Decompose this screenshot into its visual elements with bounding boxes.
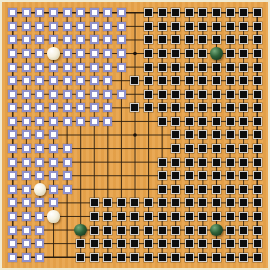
intersection-R16[interactable] bbox=[223, 47, 237, 61]
intersection-M2[interactable] bbox=[155, 237, 169, 251]
intersection-T13[interactable] bbox=[250, 87, 264, 101]
intersection-H11[interactable] bbox=[101, 115, 115, 129]
intersection-H9[interactable] bbox=[101, 142, 115, 156]
intersection-M8[interactable] bbox=[155, 155, 169, 169]
intersection-S14[interactable] bbox=[237, 74, 251, 88]
intersection-D12[interactable] bbox=[47, 101, 61, 115]
intersection-N16[interactable] bbox=[169, 47, 183, 61]
intersection-R13[interactable] bbox=[223, 87, 237, 101]
intersection-H5[interactable] bbox=[101, 196, 115, 210]
intersection-C15[interactable] bbox=[33, 60, 47, 74]
intersection-H1[interactable] bbox=[101, 250, 115, 264]
intersection-T7[interactable] bbox=[250, 169, 264, 183]
intersection-R11[interactable] bbox=[223, 115, 237, 129]
intersection-H2[interactable] bbox=[101, 237, 115, 251]
intersection-D8[interactable] bbox=[47, 155, 61, 169]
intersection-S17[interactable] bbox=[237, 33, 251, 47]
intersection-O17[interactable] bbox=[183, 33, 197, 47]
intersection-K1[interactable] bbox=[128, 250, 142, 264]
intersection-H15[interactable] bbox=[101, 60, 115, 74]
intersection-M5[interactable] bbox=[155, 196, 169, 210]
intersection-K12[interactable] bbox=[128, 101, 142, 115]
intersection-K5[interactable] bbox=[128, 196, 142, 210]
intersection-N8[interactable] bbox=[169, 155, 183, 169]
intersection-J12[interactable] bbox=[115, 101, 129, 115]
intersection-L4[interactable] bbox=[142, 210, 156, 224]
intersection-E19[interactable] bbox=[60, 6, 74, 20]
intersection-O4[interactable] bbox=[183, 210, 197, 224]
intersection-L13[interactable] bbox=[142, 87, 156, 101]
intersection-D17[interactable] bbox=[47, 33, 61, 47]
intersection-E17[interactable] bbox=[60, 33, 74, 47]
intersection-L7[interactable] bbox=[142, 169, 156, 183]
intersection-R14[interactable] bbox=[223, 74, 237, 88]
intersection-A13[interactable] bbox=[6, 87, 20, 101]
intersection-A14[interactable] bbox=[6, 74, 20, 88]
intersection-N6[interactable] bbox=[169, 183, 183, 197]
intersection-G10[interactable] bbox=[87, 128, 101, 142]
intersection-F12[interactable] bbox=[74, 101, 88, 115]
intersection-E5[interactable] bbox=[60, 196, 74, 210]
intersection-E10[interactable] bbox=[60, 128, 74, 142]
intersection-B5[interactable] bbox=[20, 196, 34, 210]
intersection-K16[interactable] bbox=[128, 47, 142, 61]
intersection-D7[interactable] bbox=[47, 169, 61, 183]
intersection-G9[interactable] bbox=[87, 142, 101, 156]
intersection-O5[interactable] bbox=[183, 196, 197, 210]
intersection-F13[interactable] bbox=[74, 87, 88, 101]
intersection-S16[interactable] bbox=[237, 47, 251, 61]
intersection-T14[interactable] bbox=[250, 74, 264, 88]
intersection-C2[interactable] bbox=[33, 237, 47, 251]
intersection-P14[interactable] bbox=[196, 74, 210, 88]
intersection-B6[interactable] bbox=[20, 183, 34, 197]
intersection-J6[interactable] bbox=[115, 183, 129, 197]
intersection-D4[interactable] bbox=[47, 210, 61, 224]
intersection-P6[interactable] bbox=[196, 183, 210, 197]
intersection-P12[interactable] bbox=[196, 101, 210, 115]
intersection-A4[interactable] bbox=[6, 210, 20, 224]
intersection-M12[interactable] bbox=[155, 101, 169, 115]
intersection-L9[interactable] bbox=[142, 142, 156, 156]
intersection-Q8[interactable] bbox=[210, 155, 224, 169]
intersection-B14[interactable] bbox=[20, 74, 34, 88]
intersection-P16[interactable] bbox=[196, 47, 210, 61]
intersection-C13[interactable] bbox=[33, 87, 47, 101]
intersection-O16[interactable] bbox=[183, 47, 197, 61]
intersection-R7[interactable] bbox=[223, 169, 237, 183]
intersection-F4[interactable] bbox=[74, 210, 88, 224]
intersection-P9[interactable] bbox=[196, 142, 210, 156]
intersection-J10[interactable] bbox=[115, 128, 129, 142]
intersection-R18[interactable] bbox=[223, 20, 237, 34]
intersection-J9[interactable] bbox=[115, 142, 129, 156]
intersection-M15[interactable] bbox=[155, 60, 169, 74]
intersection-N12[interactable] bbox=[169, 101, 183, 115]
intersection-R19[interactable] bbox=[223, 6, 237, 20]
intersection-R5[interactable] bbox=[223, 196, 237, 210]
intersection-K8[interactable] bbox=[128, 155, 142, 169]
intersection-C8[interactable] bbox=[33, 155, 47, 169]
intersection-C11[interactable] bbox=[33, 115, 47, 129]
intersection-K2[interactable] bbox=[128, 237, 142, 251]
intersection-F18[interactable] bbox=[74, 20, 88, 34]
intersection-E1[interactable] bbox=[60, 250, 74, 264]
intersection-Q7[interactable] bbox=[210, 169, 224, 183]
intersection-G4[interactable] bbox=[87, 210, 101, 224]
intersection-E6[interactable] bbox=[60, 183, 74, 197]
intersection-A1[interactable] bbox=[6, 250, 20, 264]
intersection-L8[interactable] bbox=[142, 155, 156, 169]
intersection-A18[interactable] bbox=[6, 20, 20, 34]
intersection-G2[interactable] bbox=[87, 237, 101, 251]
intersection-D3[interactable] bbox=[47, 223, 61, 237]
intersection-B1[interactable] bbox=[20, 250, 34, 264]
intersection-O14[interactable] bbox=[183, 74, 197, 88]
intersection-K6[interactable] bbox=[128, 183, 142, 197]
intersection-G5[interactable] bbox=[87, 196, 101, 210]
intersection-T12[interactable] bbox=[250, 101, 264, 115]
intersection-M4[interactable] bbox=[155, 210, 169, 224]
intersection-N3[interactable] bbox=[169, 223, 183, 237]
intersection-P19[interactable] bbox=[196, 6, 210, 20]
intersection-J18[interactable] bbox=[115, 20, 129, 34]
intersection-P17[interactable] bbox=[196, 33, 210, 47]
intersection-L16[interactable] bbox=[142, 47, 156, 61]
intersection-Q14[interactable] bbox=[210, 74, 224, 88]
intersection-P3[interactable] bbox=[196, 223, 210, 237]
intersection-C1[interactable] bbox=[33, 250, 47, 264]
intersection-F3[interactable] bbox=[74, 223, 88, 237]
intersection-J7[interactable] bbox=[115, 169, 129, 183]
intersection-D9[interactable] bbox=[47, 142, 61, 156]
intersection-L10[interactable] bbox=[142, 128, 156, 142]
intersection-N17[interactable] bbox=[169, 33, 183, 47]
intersection-T1[interactable] bbox=[250, 250, 264, 264]
intersection-B4[interactable] bbox=[20, 210, 34, 224]
intersection-N5[interactable] bbox=[169, 196, 183, 210]
intersection-K19[interactable] bbox=[128, 6, 142, 20]
intersection-O18[interactable] bbox=[183, 20, 197, 34]
intersection-P15[interactable] bbox=[196, 60, 210, 74]
intersection-A9[interactable] bbox=[6, 142, 20, 156]
intersection-G15[interactable] bbox=[87, 60, 101, 74]
intersection-K18[interactable] bbox=[128, 20, 142, 34]
intersection-N9[interactable] bbox=[169, 142, 183, 156]
intersection-E4[interactable] bbox=[60, 210, 74, 224]
intersection-P2[interactable] bbox=[196, 237, 210, 251]
intersection-E14[interactable] bbox=[60, 74, 74, 88]
intersection-E11[interactable] bbox=[60, 115, 74, 129]
intersection-D2[interactable] bbox=[47, 237, 61, 251]
intersection-Q6[interactable] bbox=[210, 183, 224, 197]
intersection-C14[interactable] bbox=[33, 74, 47, 88]
intersection-H13[interactable] bbox=[101, 87, 115, 101]
intersection-Q2[interactable] bbox=[210, 237, 224, 251]
intersection-T11[interactable] bbox=[250, 115, 264, 129]
intersection-B2[interactable] bbox=[20, 237, 34, 251]
intersection-B12[interactable] bbox=[20, 101, 34, 115]
intersection-H18[interactable] bbox=[101, 20, 115, 34]
intersection-N10[interactable] bbox=[169, 128, 183, 142]
intersection-J14[interactable] bbox=[115, 74, 129, 88]
intersection-F7[interactable] bbox=[74, 169, 88, 183]
intersection-L6[interactable] bbox=[142, 183, 156, 197]
intersection-D6[interactable] bbox=[47, 183, 61, 197]
intersection-M17[interactable] bbox=[155, 33, 169, 47]
intersection-A10[interactable] bbox=[6, 128, 20, 142]
intersection-S6[interactable] bbox=[237, 183, 251, 197]
intersection-B13[interactable] bbox=[20, 87, 34, 101]
intersection-N15[interactable] bbox=[169, 60, 183, 74]
intersection-G8[interactable] bbox=[87, 155, 101, 169]
intersection-M3[interactable] bbox=[155, 223, 169, 237]
intersection-K14[interactable] bbox=[128, 74, 142, 88]
intersection-M1[interactable] bbox=[155, 250, 169, 264]
intersection-F17[interactable] bbox=[74, 33, 88, 47]
intersection-T2[interactable] bbox=[250, 237, 264, 251]
intersection-M14[interactable] bbox=[155, 74, 169, 88]
intersection-J11[interactable] bbox=[115, 115, 129, 129]
intersection-M7[interactable] bbox=[155, 169, 169, 183]
intersection-Q10[interactable] bbox=[210, 128, 224, 142]
intersection-A17[interactable] bbox=[6, 33, 20, 47]
intersection-C9[interactable] bbox=[33, 142, 47, 156]
intersection-A2[interactable] bbox=[6, 237, 20, 251]
intersection-O19[interactable] bbox=[183, 6, 197, 20]
intersection-H3[interactable] bbox=[101, 223, 115, 237]
intersection-F10[interactable] bbox=[74, 128, 88, 142]
intersection-L19[interactable] bbox=[142, 6, 156, 20]
intersection-A12[interactable] bbox=[6, 101, 20, 115]
intersection-F16[interactable] bbox=[74, 47, 88, 61]
intersection-Q15[interactable] bbox=[210, 60, 224, 74]
intersection-Q5[interactable] bbox=[210, 196, 224, 210]
intersection-S11[interactable] bbox=[237, 115, 251, 129]
intersection-N13[interactable] bbox=[169, 87, 183, 101]
intersection-D16[interactable] bbox=[47, 47, 61, 61]
intersection-R1[interactable] bbox=[223, 250, 237, 264]
intersection-B19[interactable] bbox=[20, 6, 34, 20]
intersection-C5[interactable] bbox=[33, 196, 47, 210]
intersection-G1[interactable] bbox=[87, 250, 101, 264]
intersection-T5[interactable] bbox=[250, 196, 264, 210]
intersection-T8[interactable] bbox=[250, 155, 264, 169]
intersection-E16[interactable] bbox=[60, 47, 74, 61]
intersection-K10[interactable] bbox=[128, 128, 142, 142]
intersection-M11[interactable] bbox=[155, 115, 169, 129]
intersection-J19[interactable] bbox=[115, 6, 129, 20]
intersection-P18[interactable] bbox=[196, 20, 210, 34]
intersection-D13[interactable] bbox=[47, 87, 61, 101]
intersection-G7[interactable] bbox=[87, 169, 101, 183]
intersection-T19[interactable] bbox=[250, 6, 264, 20]
intersection-B3[interactable] bbox=[20, 223, 34, 237]
intersection-E13[interactable] bbox=[60, 87, 74, 101]
intersection-T4[interactable] bbox=[250, 210, 264, 224]
intersection-F6[interactable] bbox=[74, 183, 88, 197]
intersection-K11[interactable] bbox=[128, 115, 142, 129]
intersection-L17[interactable] bbox=[142, 33, 156, 47]
intersection-Q12[interactable] bbox=[210, 101, 224, 115]
intersection-D15[interactable] bbox=[47, 60, 61, 74]
intersection-O7[interactable] bbox=[183, 169, 197, 183]
intersection-A19[interactable] bbox=[6, 6, 20, 20]
intersection-H8[interactable] bbox=[101, 155, 115, 169]
intersection-T9[interactable] bbox=[250, 142, 264, 156]
intersection-M16[interactable] bbox=[155, 47, 169, 61]
intersection-O9[interactable] bbox=[183, 142, 197, 156]
intersection-Q1[interactable] bbox=[210, 250, 224, 264]
intersection-K9[interactable] bbox=[128, 142, 142, 156]
intersection-G18[interactable] bbox=[87, 20, 101, 34]
intersection-S9[interactable] bbox=[237, 142, 251, 156]
intersection-H16[interactable] bbox=[101, 47, 115, 61]
intersection-J2[interactable] bbox=[115, 237, 129, 251]
intersection-S3[interactable] bbox=[237, 223, 251, 237]
intersection-D1[interactable] bbox=[47, 250, 61, 264]
intersection-R6[interactable] bbox=[223, 183, 237, 197]
intersection-Q3[interactable] bbox=[210, 223, 224, 237]
intersection-N2[interactable] bbox=[169, 237, 183, 251]
intersection-A8[interactable] bbox=[6, 155, 20, 169]
intersection-O6[interactable] bbox=[183, 183, 197, 197]
intersection-H12[interactable] bbox=[101, 101, 115, 115]
intersection-P8[interactable] bbox=[196, 155, 210, 169]
intersection-K7[interactable] bbox=[128, 169, 142, 183]
intersection-J15[interactable] bbox=[115, 60, 129, 74]
intersection-S15[interactable] bbox=[237, 60, 251, 74]
intersection-C17[interactable] bbox=[33, 33, 47, 47]
intersection-K4[interactable] bbox=[128, 210, 142, 224]
intersection-G17[interactable] bbox=[87, 33, 101, 47]
intersection-O15[interactable] bbox=[183, 60, 197, 74]
intersection-N18[interactable] bbox=[169, 20, 183, 34]
intersection-T6[interactable] bbox=[250, 183, 264, 197]
intersection-T15[interactable] bbox=[250, 60, 264, 74]
intersection-O12[interactable] bbox=[183, 101, 197, 115]
intersection-G14[interactable] bbox=[87, 74, 101, 88]
intersection-L12[interactable] bbox=[142, 101, 156, 115]
intersection-P13[interactable] bbox=[196, 87, 210, 101]
intersection-F14[interactable] bbox=[74, 74, 88, 88]
intersection-D14[interactable] bbox=[47, 74, 61, 88]
intersection-C18[interactable] bbox=[33, 20, 47, 34]
intersection-S1[interactable] bbox=[237, 250, 251, 264]
intersection-F9[interactable] bbox=[74, 142, 88, 156]
intersection-D19[interactable] bbox=[47, 6, 61, 20]
intersection-C6[interactable] bbox=[33, 183, 47, 197]
intersection-H10[interactable] bbox=[101, 128, 115, 142]
intersection-K13[interactable] bbox=[128, 87, 142, 101]
intersection-H19[interactable] bbox=[101, 6, 115, 20]
intersection-T16[interactable] bbox=[250, 47, 264, 61]
intersection-S10[interactable] bbox=[237, 128, 251, 142]
intersection-G16[interactable] bbox=[87, 47, 101, 61]
intersection-B7[interactable] bbox=[20, 169, 34, 183]
intersection-M19[interactable] bbox=[155, 6, 169, 20]
intersection-L14[interactable] bbox=[142, 74, 156, 88]
intersection-J16[interactable] bbox=[115, 47, 129, 61]
intersection-C7[interactable] bbox=[33, 169, 47, 183]
intersection-J13[interactable] bbox=[115, 87, 129, 101]
intersection-P10[interactable] bbox=[196, 128, 210, 142]
intersection-S18[interactable] bbox=[237, 20, 251, 34]
intersection-H17[interactable] bbox=[101, 33, 115, 47]
intersection-L3[interactable] bbox=[142, 223, 156, 237]
intersection-R9[interactable] bbox=[223, 142, 237, 156]
intersection-O1[interactable] bbox=[183, 250, 197, 264]
intersection-L18[interactable] bbox=[142, 20, 156, 34]
intersection-P1[interactable] bbox=[196, 250, 210, 264]
intersection-S7[interactable] bbox=[237, 169, 251, 183]
intersection-O10[interactable] bbox=[183, 128, 197, 142]
intersection-Q13[interactable] bbox=[210, 87, 224, 101]
intersection-P11[interactable] bbox=[196, 115, 210, 129]
intersection-N7[interactable] bbox=[169, 169, 183, 183]
intersection-N14[interactable] bbox=[169, 74, 183, 88]
intersection-F15[interactable] bbox=[74, 60, 88, 74]
intersection-D10[interactable] bbox=[47, 128, 61, 142]
intersection-S8[interactable] bbox=[237, 155, 251, 169]
intersection-J4[interactable] bbox=[115, 210, 129, 224]
intersection-D18[interactable] bbox=[47, 20, 61, 34]
intersection-F2[interactable] bbox=[74, 237, 88, 251]
intersection-K15[interactable] bbox=[128, 60, 142, 74]
intersection-E9[interactable] bbox=[60, 142, 74, 156]
intersection-C3[interactable] bbox=[33, 223, 47, 237]
intersection-T18[interactable] bbox=[250, 20, 264, 34]
intersection-N1[interactable] bbox=[169, 250, 183, 264]
intersection-A5[interactable] bbox=[6, 196, 20, 210]
intersection-G11[interactable] bbox=[87, 115, 101, 129]
intersection-G13[interactable] bbox=[87, 87, 101, 101]
intersection-C19[interactable] bbox=[33, 6, 47, 20]
intersection-Q4[interactable] bbox=[210, 210, 224, 224]
intersection-G19[interactable] bbox=[87, 6, 101, 20]
intersection-E18[interactable] bbox=[60, 20, 74, 34]
intersection-R12[interactable] bbox=[223, 101, 237, 115]
intersection-A15[interactable] bbox=[6, 60, 20, 74]
intersection-B9[interactable] bbox=[20, 142, 34, 156]
intersection-Q16[interactable] bbox=[210, 47, 224, 61]
intersection-C12[interactable] bbox=[33, 101, 47, 115]
intersection-R8[interactable] bbox=[223, 155, 237, 169]
intersection-A16[interactable] bbox=[6, 47, 20, 61]
intersection-G3[interactable] bbox=[87, 223, 101, 237]
intersection-P5[interactable] bbox=[196, 196, 210, 210]
intersection-B11[interactable] bbox=[20, 115, 34, 129]
intersection-L11[interactable] bbox=[142, 115, 156, 129]
intersection-J3[interactable] bbox=[115, 223, 129, 237]
intersection-R10[interactable] bbox=[223, 128, 237, 142]
intersection-E2[interactable] bbox=[60, 237, 74, 251]
intersection-B8[interactable] bbox=[20, 155, 34, 169]
intersection-G12[interactable] bbox=[87, 101, 101, 115]
intersection-B10[interactable] bbox=[20, 128, 34, 142]
intersection-O3[interactable] bbox=[183, 223, 197, 237]
intersection-O2[interactable] bbox=[183, 237, 197, 251]
intersection-L5[interactable] bbox=[142, 196, 156, 210]
intersection-Q19[interactable] bbox=[210, 6, 224, 20]
intersection-M13[interactable] bbox=[155, 87, 169, 101]
intersection-J5[interactable] bbox=[115, 196, 129, 210]
intersection-F5[interactable] bbox=[74, 196, 88, 210]
intersection-B17[interactable] bbox=[20, 33, 34, 47]
intersection-R2[interactable] bbox=[223, 237, 237, 251]
intersection-R15[interactable] bbox=[223, 60, 237, 74]
intersection-M10[interactable] bbox=[155, 128, 169, 142]
